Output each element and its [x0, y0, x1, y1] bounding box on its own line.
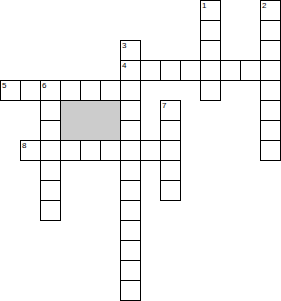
crossword-cell-r3c6[interactable]: 4 [120, 60, 141, 81]
crossword-cell-r7c5[interactable] [100, 140, 121, 161]
crossword-cell-r10c6[interactable] [120, 200, 141, 221]
crossword-cell-r7c1[interactable]: 8 [20, 140, 41, 161]
crossword-cell-r6c8[interactable] [160, 120, 181, 141]
crossword-cell-r5c13[interactable] [260, 100, 281, 121]
crossword-cell-r3c8[interactable] [160, 60, 181, 81]
crossword-cell-r3c10[interactable] [200, 60, 221, 81]
crossword-cell-r10c2[interactable] [40, 200, 61, 221]
crossword-cell-r0c10[interactable]: 1 [200, 0, 221, 21]
clue-number-5: 5 [2, 81, 6, 90]
crossword-cell-r13c6[interactable] [120, 260, 141, 281]
shaded-block [60, 100, 121, 141]
crossword-cell-r5c2[interactable] [40, 100, 61, 121]
clue-number-4: 4 [122, 61, 126, 70]
crossword-cell-r0c13[interactable]: 2 [260, 0, 281, 21]
crossword-cell-r3c12[interactable] [240, 60, 261, 81]
crossword-cell-r3c7[interactable] [140, 60, 161, 81]
crossword-cell-r6c2[interactable] [40, 120, 61, 141]
crossword-cell-r8c8[interactable] [160, 160, 181, 181]
crossword-cell-r4c5[interactable] [100, 80, 121, 101]
crossword-cell-r8c2[interactable] [40, 160, 61, 181]
clue-number-3: 3 [122, 41, 126, 50]
crossword-puzzle: 12345678 [0, 0, 281, 301]
crossword-cell-r11c6[interactable] [120, 220, 141, 241]
clue-number-6: 6 [42, 81, 46, 90]
crossword-cell-r2c10[interactable] [200, 40, 221, 61]
crossword-cell-r8c6[interactable] [120, 160, 141, 181]
crossword-cell-r9c6[interactable] [120, 180, 141, 201]
crossword-cell-r12c6[interactable] [120, 240, 141, 261]
crossword-cell-r1c13[interactable] [260, 20, 281, 41]
clue-number-8: 8 [22, 141, 26, 150]
crossword-cell-r2c6[interactable]: 3 [120, 40, 141, 61]
clue-number-1: 1 [202, 1, 206, 10]
crossword-cell-r3c13[interactable] [260, 60, 281, 81]
crossword-grid: 12345678 [0, 0, 281, 301]
crossword-cell-r1c10[interactable] [200, 20, 221, 41]
crossword-cell-r6c6[interactable] [120, 120, 141, 141]
crossword-cell-r3c9[interactable] [180, 60, 201, 81]
crossword-cell-r14c6[interactable] [120, 280, 141, 301]
crossword-cell-r9c2[interactable] [40, 180, 61, 201]
crossword-cell-r4c2[interactable]: 6 [40, 80, 61, 101]
clue-number-2: 2 [262, 1, 266, 10]
crossword-cell-r4c13[interactable] [260, 80, 281, 101]
crossword-cell-r3c11[interactable] [220, 60, 241, 81]
crossword-cell-r4c4[interactable] [80, 80, 101, 101]
crossword-cell-r7c3[interactable] [60, 140, 81, 161]
crossword-cell-r4c10[interactable] [200, 80, 221, 101]
crossword-cell-r5c6[interactable] [120, 100, 141, 121]
crossword-cell-r7c6[interactable] [120, 140, 141, 161]
crossword-cell-r7c7[interactable] [140, 140, 161, 161]
crossword-cell-r2c13[interactable] [260, 40, 281, 61]
crossword-cell-r4c3[interactable] [60, 80, 81, 101]
clue-number-7: 7 [162, 101, 166, 110]
crossword-cell-r4c0[interactable]: 5 [0, 80, 21, 101]
crossword-cell-r7c8[interactable] [160, 140, 181, 161]
crossword-cell-r6c13[interactable] [260, 120, 281, 141]
crossword-cell-r5c8[interactable]: 7 [160, 100, 181, 121]
crossword-cell-r9c8[interactable] [160, 180, 181, 201]
crossword-cell-r7c13[interactable] [260, 140, 281, 161]
crossword-cell-r7c2[interactable] [40, 140, 61, 161]
crossword-cell-r7c4[interactable] [80, 140, 101, 161]
crossword-cell-r4c6[interactable] [120, 80, 141, 101]
crossword-cell-r4c1[interactable] [20, 80, 41, 101]
